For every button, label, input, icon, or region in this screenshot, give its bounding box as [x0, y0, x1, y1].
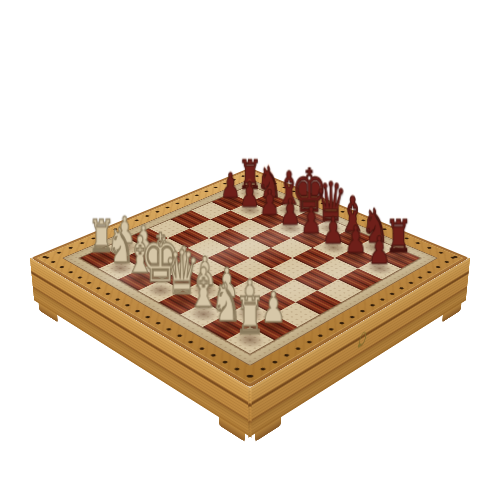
product-photo-scene: ♜♞♝♚♛♝♞♜♟♟♟♟♟♟♟♟♟♟♟♟♟♟♟♟♜♞♝♚♛♝♞♜	[0, 0, 500, 500]
piece-white-rook-h1[interactable]: ♜	[227, 292, 273, 340]
piece-red-pawn-h7[interactable]: ♟	[359, 232, 400, 268]
box-foot	[442, 303, 461, 323]
brass-latch-icon	[358, 330, 367, 349]
camera-stage: ♜♞♝♚♛♝♞♜♟♟♟♟♟♟♟♟♟♟♟♟♟♟♟♟♜♞♝♚♛♝♞♜	[0, 0, 500, 500]
latch-ring	[358, 331, 367, 345]
board-top-face: ♜♞♝♚♛♝♞♜♟♟♟♟♟♟♟♟♟♟♟♟♟♟♟♟♜♞♝♚♛♝♞♜	[31, 168, 469, 388]
latch-pin	[358, 343, 361, 348]
box-foot	[255, 417, 281, 442]
box-foot	[219, 417, 245, 442]
box-foot	[39, 303, 58, 323]
